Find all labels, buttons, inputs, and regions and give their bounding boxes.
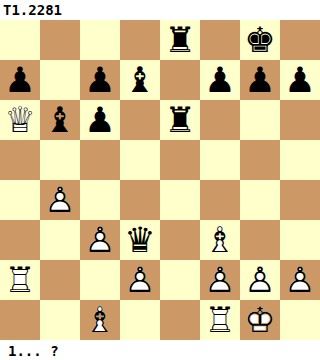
piece-white-rook: ♜♖ <box>0 260 40 300</box>
piece-black-rook: ♜ <box>160 100 200 140</box>
square-f7[interactable]: ♟ <box>200 60 240 100</box>
square-g7[interactable]: ♟ <box>240 60 280 100</box>
piece-white-pawn: ♟♙ <box>40 180 80 220</box>
chess-board: ♜♚♟♟♝♟♟♟♛♕♝♟♜♟♙♟♙♛♝♗♜♖♟♙♟♙♟♙♟♙♝♗♜♖♚♔ <box>0 20 320 340</box>
square-c6[interactable]: ♟ <box>80 100 120 140</box>
piece-white-pawn: ♟♙ <box>200 260 240 300</box>
square-b6[interactable]: ♝ <box>40 100 80 140</box>
square-g3[interactable] <box>240 220 280 260</box>
square-f6[interactable] <box>200 100 240 140</box>
square-e2[interactable] <box>160 260 200 300</box>
puzzle-title: T1.2281 <box>0 0 320 20</box>
square-d7[interactable]: ♝ <box>120 60 160 100</box>
piece-white-pawn: ♟♙ <box>240 260 280 300</box>
square-h1[interactable] <box>280 300 320 340</box>
square-c3[interactable]: ♟♙ <box>80 220 120 260</box>
piece-white-pawn: ♟♙ <box>80 220 120 260</box>
square-f8[interactable] <box>200 20 240 60</box>
square-c8[interactable] <box>80 20 120 60</box>
square-d5[interactable] <box>120 140 160 180</box>
square-d6[interactable] <box>120 100 160 140</box>
square-c4[interactable] <box>80 180 120 220</box>
square-g5[interactable] <box>240 140 280 180</box>
piece-black-king: ♚ <box>240 20 280 60</box>
square-b4[interactable]: ♟♙ <box>40 180 80 220</box>
square-e4[interactable] <box>160 180 200 220</box>
piece-black-pawn: ♟ <box>0 60 40 100</box>
piece-white-pawn: ♟♙ <box>280 260 320 300</box>
piece-white-king: ♚♔ <box>240 300 280 340</box>
square-e5[interactable] <box>160 140 200 180</box>
square-a3[interactable] <box>0 220 40 260</box>
square-b5[interactable] <box>40 140 80 180</box>
square-f5[interactable] <box>200 140 240 180</box>
piece-black-queen: ♛ <box>120 220 160 260</box>
square-f1[interactable]: ♜♖ <box>200 300 240 340</box>
square-b7[interactable] <box>40 60 80 100</box>
square-a5[interactable] <box>0 140 40 180</box>
square-h7[interactable]: ♟ <box>280 60 320 100</box>
square-h2[interactable]: ♟♙ <box>280 260 320 300</box>
square-h6[interactable] <box>280 100 320 140</box>
square-e3[interactable] <box>160 220 200 260</box>
square-b1[interactable] <box>40 300 80 340</box>
square-d4[interactable] <box>120 180 160 220</box>
piece-white-pawn: ♟♙ <box>120 260 160 300</box>
square-h5[interactable] <box>280 140 320 180</box>
square-a4[interactable] <box>0 180 40 220</box>
square-a6[interactable]: ♛♕ <box>0 100 40 140</box>
square-h4[interactable] <box>280 180 320 220</box>
square-e7[interactable] <box>160 60 200 100</box>
piece-black-pawn: ♟ <box>240 60 280 100</box>
square-f4[interactable] <box>200 180 240 220</box>
square-c7[interactable]: ♟ <box>80 60 120 100</box>
square-a7[interactable]: ♟ <box>0 60 40 100</box>
square-c2[interactable] <box>80 260 120 300</box>
square-b2[interactable] <box>40 260 80 300</box>
piece-white-bishop: ♝♗ <box>80 300 120 340</box>
square-g4[interactable] <box>240 180 280 220</box>
square-e6[interactable]: ♜ <box>160 100 200 140</box>
square-e8[interactable]: ♜ <box>160 20 200 60</box>
square-g6[interactable] <box>240 100 280 140</box>
square-f2[interactable]: ♟♙ <box>200 260 240 300</box>
square-g1[interactable]: ♚♔ <box>240 300 280 340</box>
piece-black-pawn: ♟ <box>80 60 120 100</box>
square-a2[interactable]: ♜♖ <box>0 260 40 300</box>
piece-black-pawn: ♟ <box>80 100 120 140</box>
square-a8[interactable] <box>0 20 40 60</box>
square-h8[interactable] <box>280 20 320 60</box>
piece-white-rook: ♜♖ <box>200 300 240 340</box>
square-c5[interactable] <box>80 140 120 180</box>
piece-white-queen: ♛♕ <box>0 100 40 140</box>
piece-black-pawn: ♟ <box>280 60 320 100</box>
square-d1[interactable] <box>120 300 160 340</box>
piece-black-bishop: ♝ <box>120 60 160 100</box>
piece-black-rook: ♜ <box>160 20 200 60</box>
piece-black-pawn: ♟ <box>200 60 240 100</box>
square-g8[interactable]: ♚ <box>240 20 280 60</box>
move-prompt: 1... ? <box>0 340 320 360</box>
piece-black-bishop: ♝ <box>40 100 80 140</box>
square-d8[interactable] <box>120 20 160 60</box>
square-h3[interactable] <box>280 220 320 260</box>
square-d3[interactable]: ♛ <box>120 220 160 260</box>
square-b8[interactable] <box>40 20 80 60</box>
piece-white-bishop: ♝♗ <box>200 220 240 260</box>
square-f3[interactable]: ♝♗ <box>200 220 240 260</box>
square-e1[interactable] <box>160 300 200 340</box>
square-c1[interactable]: ♝♗ <box>80 300 120 340</box>
square-b3[interactable] <box>40 220 80 260</box>
square-d2[interactable]: ♟♙ <box>120 260 160 300</box>
square-a1[interactable] <box>0 300 40 340</box>
square-g2[interactable]: ♟♙ <box>240 260 280 300</box>
